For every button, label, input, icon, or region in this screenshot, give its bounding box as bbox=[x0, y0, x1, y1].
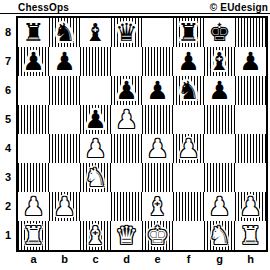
square-h5[interactable] bbox=[235, 105, 266, 134]
square-g4[interactable] bbox=[204, 134, 235, 163]
chessops-window: ChessOps © EUdesign 87654321 ♜♞♝♛♜♚♟♟♟♝♟… bbox=[0, 0, 270, 270]
piece-black-king[interactable]: ♚ bbox=[208, 18, 230, 47]
square-b6[interactable] bbox=[49, 76, 80, 105]
square-g7[interactable]: ♝ bbox=[204, 47, 235, 76]
square-d5[interactable]: ♟ bbox=[111, 105, 142, 134]
copyright-text: © EUdesign bbox=[210, 2, 268, 13]
rank-labels: 87654321 bbox=[0, 16, 16, 252]
square-d4[interactable] bbox=[111, 134, 142, 163]
square-f1[interactable] bbox=[173, 221, 204, 250]
rank-label-1: 1 bbox=[0, 221, 16, 250]
square-c8[interactable]: ♝ bbox=[80, 18, 111, 47]
file-label-h: h bbox=[235, 252, 266, 268]
square-h3[interactable] bbox=[235, 163, 266, 192]
square-b7[interactable]: ♟ bbox=[49, 47, 80, 76]
square-e3[interactable] bbox=[142, 163, 173, 192]
board-area: 87654321 ♜♞♝♛♜♚♟♟♟♝♟♟♟♞♟♟♟♟♟♟♞♟♟♝♟♟♜♝♛♚♞… bbox=[0, 16, 270, 268]
piece-white-king[interactable]: ♚ bbox=[146, 221, 168, 250]
piece-white-pawn[interactable]: ♟ bbox=[115, 105, 137, 134]
square-c6[interactable] bbox=[80, 76, 111, 105]
piece-black-knight[interactable]: ♞ bbox=[177, 76, 199, 105]
square-c3[interactable]: ♞ bbox=[80, 163, 111, 192]
square-h6[interactable] bbox=[235, 76, 266, 105]
rank-label-6: 6 bbox=[0, 76, 16, 105]
square-f6[interactable]: ♞ bbox=[173, 76, 204, 105]
square-b4[interactable] bbox=[49, 134, 80, 163]
square-e2[interactable]: ♝ bbox=[142, 192, 173, 221]
square-b8[interactable]: ♞ bbox=[49, 18, 80, 47]
square-h4[interactable] bbox=[235, 134, 266, 163]
piece-black-rook[interactable]: ♜ bbox=[177, 18, 199, 47]
piece-black-pawn[interactable]: ♟ bbox=[53, 47, 75, 76]
piece-black-pawn[interactable]: ♟ bbox=[115, 76, 137, 105]
piece-black-rook[interactable]: ♜ bbox=[22, 18, 44, 47]
square-g3[interactable] bbox=[204, 163, 235, 192]
square-b1[interactable] bbox=[49, 221, 80, 250]
header-bar: ChessOps © EUdesign bbox=[0, 0, 270, 14]
square-a1[interactable]: ♜ bbox=[18, 221, 49, 250]
square-f4[interactable]: ♟ bbox=[173, 134, 204, 163]
piece-black-pawn[interactable]: ♟ bbox=[84, 105, 106, 134]
piece-white-pawn[interactable]: ♟ bbox=[239, 192, 261, 221]
file-label-e: e bbox=[142, 252, 173, 268]
file-labels: abcdefgh bbox=[16, 252, 268, 268]
square-d1[interactable]: ♛ bbox=[111, 221, 142, 250]
file-label-f: f bbox=[173, 252, 204, 268]
rank-label-3: 3 bbox=[0, 163, 16, 192]
rank-label-5: 5 bbox=[0, 105, 16, 134]
square-d6[interactable]: ♟ bbox=[111, 76, 142, 105]
square-g2[interactable]: ♟ bbox=[204, 192, 235, 221]
piece-white-knight[interactable]: ♞ bbox=[208, 221, 230, 250]
square-h1[interactable]: ♜ bbox=[235, 221, 266, 250]
piece-white-pawn[interactable]: ♟ bbox=[53, 192, 75, 221]
square-a3[interactable] bbox=[18, 163, 49, 192]
piece-white-queen[interactable]: ♛ bbox=[115, 221, 137, 250]
square-a2[interactable]: ♟ bbox=[18, 192, 49, 221]
square-a8[interactable]: ♜ bbox=[18, 18, 49, 47]
square-a6[interactable] bbox=[18, 76, 49, 105]
square-h8[interactable] bbox=[235, 18, 266, 47]
square-g5[interactable] bbox=[204, 105, 235, 134]
file-label-g: g bbox=[204, 252, 235, 268]
piece-black-bishop[interactable]: ♝ bbox=[208, 47, 230, 76]
file-label-a: a bbox=[18, 252, 49, 268]
piece-black-pawn[interactable]: ♟ bbox=[208, 76, 230, 105]
square-g1[interactable]: ♞ bbox=[204, 221, 235, 250]
square-f2[interactable] bbox=[173, 192, 204, 221]
piece-white-knight[interactable]: ♞ bbox=[84, 163, 106, 192]
square-g8[interactable]: ♚ bbox=[204, 18, 235, 47]
square-d7[interactable] bbox=[111, 47, 142, 76]
piece-black-pawn[interactable]: ♟ bbox=[177, 47, 199, 76]
piece-black-pawn[interactable]: ♟ bbox=[239, 47, 261, 76]
square-e1[interactable]: ♚ bbox=[142, 221, 173, 250]
rank-label-4: 4 bbox=[0, 134, 16, 163]
piece-black-pawn[interactable]: ♟ bbox=[146, 76, 168, 105]
square-g6[interactable]: ♟ bbox=[204, 76, 235, 105]
square-b2[interactable]: ♟ bbox=[49, 192, 80, 221]
square-b5[interactable] bbox=[49, 105, 80, 134]
piece-white-pawn[interactable]: ♟ bbox=[208, 192, 230, 221]
square-a7[interactable]: ♟ bbox=[18, 47, 49, 76]
rank-label-2: 2 bbox=[0, 192, 16, 221]
piece-white-bishop[interactable]: ♝ bbox=[84, 221, 106, 250]
file-label-b: b bbox=[49, 252, 80, 268]
chess-board[interactable]: ♜♞♝♛♜♚♟♟♟♝♟♟♟♞♟♟♟♟♟♟♞♟♟♝♟♟♜♝♛♚♞♜ bbox=[16, 16, 268, 252]
square-h7[interactable]: ♟ bbox=[235, 47, 266, 76]
square-c2[interactable] bbox=[80, 192, 111, 221]
square-e8[interactable] bbox=[142, 18, 173, 47]
square-d2[interactable] bbox=[111, 192, 142, 221]
rank-label-7: 7 bbox=[0, 47, 16, 76]
square-e6[interactable]: ♟ bbox=[142, 76, 173, 105]
piece-white-pawn[interactable]: ♟ bbox=[146, 134, 168, 163]
square-a5[interactable] bbox=[18, 105, 49, 134]
piece-white-rook[interactable]: ♜ bbox=[239, 221, 261, 250]
file-label-d: d bbox=[111, 252, 142, 268]
square-c5[interactable]: ♟ bbox=[80, 105, 111, 134]
piece-white-rook[interactable]: ♜ bbox=[22, 221, 44, 250]
piece-black-queen[interactable]: ♛ bbox=[115, 18, 137, 47]
file-label-c: c bbox=[80, 252, 111, 268]
square-e7[interactable] bbox=[142, 47, 173, 76]
square-f3[interactable] bbox=[173, 163, 204, 192]
piece-white-pawn[interactable]: ♟ bbox=[177, 134, 199, 163]
piece-white-pawn[interactable]: ♟ bbox=[22, 192, 44, 221]
square-e5[interactable] bbox=[142, 105, 173, 134]
square-c7[interactable] bbox=[80, 47, 111, 76]
square-c4[interactable]: ♟ bbox=[80, 134, 111, 163]
square-e4[interactable]: ♟ bbox=[142, 134, 173, 163]
square-f7[interactable]: ♟ bbox=[173, 47, 204, 76]
piece-white-pawn[interactable]: ♟ bbox=[84, 134, 106, 163]
piece-black-bishop[interactable]: ♝ bbox=[84, 18, 106, 47]
app-title: ChessOps bbox=[18, 2, 69, 13]
square-c1[interactable]: ♝ bbox=[80, 221, 111, 250]
piece-black-pawn[interactable]: ♟ bbox=[22, 47, 44, 76]
square-d3[interactable] bbox=[111, 163, 142, 192]
square-f5[interactable] bbox=[173, 105, 204, 134]
square-h2[interactable]: ♟ bbox=[235, 192, 266, 221]
piece-white-bishop[interactable]: ♝ bbox=[146, 192, 168, 221]
piece-black-knight[interactable]: ♞ bbox=[53, 18, 75, 47]
square-a4[interactable] bbox=[18, 134, 49, 163]
square-b3[interactable] bbox=[49, 163, 80, 192]
square-d8[interactable]: ♛ bbox=[111, 18, 142, 47]
rank-label-8: 8 bbox=[0, 18, 16, 47]
square-f8[interactable]: ♜ bbox=[173, 18, 204, 47]
